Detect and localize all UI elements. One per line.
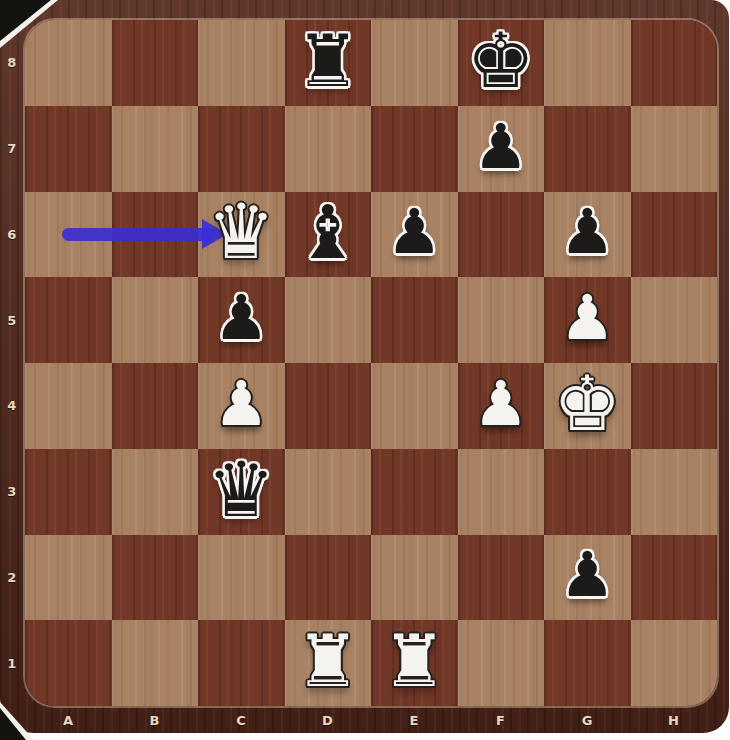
square-g2[interactable]: ♟ — [544, 535, 631, 621]
white-queen-icon: ♛ — [207, 194, 275, 270]
square-h6[interactable] — [631, 192, 718, 278]
rank-label-3: 3 — [0, 449, 24, 535]
square-d4[interactable] — [285, 363, 372, 449]
piece-black-bishop[interactable]: ♝ — [285, 192, 372, 278]
square-b8[interactable] — [112, 20, 199, 106]
file-label-a: A — [25, 707, 112, 733]
piece-white-pawn[interactable]: ♟ — [198, 363, 285, 449]
black-pawn-icon: ♟ — [213, 287, 269, 349]
square-b5[interactable] — [112, 277, 199, 363]
square-a1[interactable] — [25, 620, 112, 706]
black-pawn-icon: ♟ — [559, 544, 615, 606]
file-label-b: B — [112, 707, 199, 733]
white-pawn-icon: ♟ — [473, 373, 529, 435]
piece-black-pawn[interactable]: ♟ — [371, 192, 458, 278]
square-h5[interactable] — [631, 277, 718, 363]
piece-white-rook[interactable]: ♜ — [371, 620, 458, 706]
piece-black-pawn[interactable]: ♟ — [198, 277, 285, 363]
square-b1[interactable] — [112, 620, 199, 706]
square-e6[interactable]: ♟ — [371, 192, 458, 278]
rank-label-6: 6 — [0, 192, 24, 278]
square-c1[interactable] — [198, 620, 285, 706]
piece-white-pawn[interactable]: ♟ — [544, 277, 631, 363]
chess-board: ♜♚♟♛♝♟♟♟♟♟♟♚♛♟♜♜ — [25, 20, 717, 706]
piece-black-king[interactable]: ♚ — [458, 20, 545, 106]
square-a6[interactable] — [25, 192, 112, 278]
file-label-h: H — [631, 707, 718, 733]
white-rook-icon: ♜ — [295, 625, 360, 697]
square-f5[interactable] — [458, 277, 545, 363]
square-f7[interactable]: ♟ — [458, 106, 545, 192]
square-c6[interactable]: ♛ — [198, 192, 285, 278]
square-h7[interactable] — [631, 106, 718, 192]
black-queen-icon: ♛ — [207, 452, 275, 528]
square-c8[interactable] — [198, 20, 285, 106]
square-d2[interactable] — [285, 535, 372, 621]
square-h2[interactable] — [631, 535, 718, 621]
square-a3[interactable] — [25, 449, 112, 535]
file-label-e: E — [371, 707, 458, 733]
square-f6[interactable] — [458, 192, 545, 278]
square-c3[interactable]: ♛ — [198, 449, 285, 535]
square-f3[interactable] — [458, 449, 545, 535]
black-pawn-icon: ♟ — [386, 201, 442, 263]
square-f1[interactable] — [458, 620, 545, 706]
black-pawn-icon: ♟ — [473, 116, 529, 178]
square-g7[interactable] — [544, 106, 631, 192]
square-c7[interactable] — [198, 106, 285, 192]
black-rook-icon: ♜ — [295, 25, 360, 97]
square-e7[interactable] — [371, 106, 458, 192]
square-e8[interactable] — [371, 20, 458, 106]
square-a5[interactable] — [25, 277, 112, 363]
square-a8[interactable] — [25, 20, 112, 106]
piece-white-king[interactable]: ♚ — [544, 363, 631, 449]
piece-black-queen[interactable]: ♛ — [198, 449, 285, 535]
piece-white-rook[interactable]: ♜ — [285, 620, 372, 706]
square-b6[interactable] — [112, 192, 199, 278]
square-h1[interactable] — [631, 620, 718, 706]
square-d6[interactable]: ♝ — [285, 192, 372, 278]
square-d3[interactable] — [285, 449, 372, 535]
play-area: ♜♚♟♛♝♟♟♟♟♟♟♚♛♟♜♜ — [25, 20, 717, 706]
square-c2[interactable] — [198, 535, 285, 621]
square-g8[interactable] — [544, 20, 631, 106]
square-h4[interactable] — [631, 363, 718, 449]
rank-label-2: 2 — [0, 535, 24, 621]
square-f4[interactable]: ♟ — [458, 363, 545, 449]
white-pawn-icon: ♟ — [213, 373, 269, 435]
piece-white-pawn[interactable]: ♟ — [458, 363, 545, 449]
square-e1[interactable]: ♜ — [371, 620, 458, 706]
white-pawn-icon: ♟ — [559, 287, 615, 349]
square-b7[interactable] — [112, 106, 199, 192]
square-a7[interactable] — [25, 106, 112, 192]
square-g4[interactable]: ♚ — [544, 363, 631, 449]
file-label-g: G — [544, 707, 631, 733]
square-b4[interactable] — [112, 363, 199, 449]
square-d5[interactable] — [285, 277, 372, 363]
piece-black-pawn[interactable]: ♟ — [544, 192, 631, 278]
chess-app-screenshot: 87654321 ABCDEFGH ♜♚♟♛♝♟♟♟♟♟♟♚♛♟♜♜ — [0, 0, 730, 740]
square-e3[interactable] — [371, 449, 458, 535]
square-a2[interactable] — [25, 535, 112, 621]
piece-black-pawn[interactable]: ♟ — [458, 106, 545, 192]
square-d1[interactable]: ♜ — [285, 620, 372, 706]
file-label-d: D — [285, 707, 372, 733]
white-rook-icon: ♜ — [382, 625, 447, 697]
square-g3[interactable] — [544, 449, 631, 535]
black-pawn-icon: ♟ — [559, 201, 615, 263]
square-e4[interactable] — [371, 363, 458, 449]
square-h8[interactable] — [631, 20, 718, 106]
square-g5[interactable]: ♟ — [544, 277, 631, 363]
rank-label-8: 8 — [0, 20, 24, 106]
square-e2[interactable] — [371, 535, 458, 621]
square-c4[interactable]: ♟ — [198, 363, 285, 449]
square-g1[interactable] — [544, 620, 631, 706]
square-d7[interactable] — [285, 106, 372, 192]
piece-black-rook[interactable]: ♜ — [285, 20, 372, 106]
square-f2[interactable] — [458, 535, 545, 621]
black-bishop-icon: ♝ — [295, 195, 361, 269]
rank-label-5: 5 — [0, 277, 24, 363]
square-c5[interactable]: ♟ — [198, 277, 285, 363]
square-d8[interactable]: ♜ — [285, 20, 372, 106]
square-b3[interactable] — [112, 449, 199, 535]
square-a4[interactable] — [25, 363, 112, 449]
piece-white-queen[interactable]: ♛ — [198, 192, 285, 278]
square-g6[interactable]: ♟ — [544, 192, 631, 278]
rank-label-1: 1 — [0, 620, 24, 706]
rank-label-4: 4 — [0, 363, 24, 449]
piece-black-pawn[interactable]: ♟ — [544, 535, 631, 621]
black-king-icon: ♚ — [467, 23, 535, 99]
rank-label-7: 7 — [0, 106, 24, 192]
square-f8[interactable]: ♚ — [458, 20, 545, 106]
file-label-c: C — [198, 707, 285, 733]
square-e5[interactable] — [371, 277, 458, 363]
white-king-icon: ♚ — [553, 366, 621, 442]
file-label-f: F — [458, 707, 545, 733]
square-h3[interactable] — [631, 449, 718, 535]
square-b2[interactable] — [112, 535, 199, 621]
